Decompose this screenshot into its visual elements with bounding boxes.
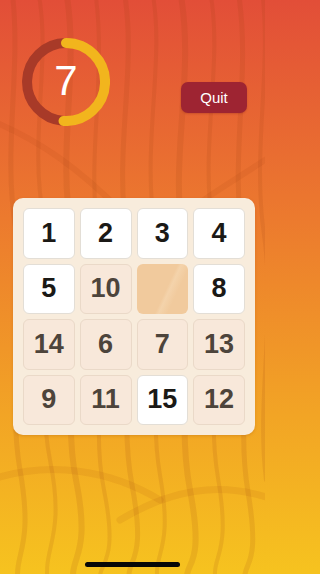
tile-6[interactable]: 6 xyxy=(80,319,132,370)
timer-value: 7 xyxy=(22,38,110,126)
tile-7[interactable]: 7 xyxy=(137,319,189,370)
tile-8[interactable]: 8 xyxy=(193,264,245,315)
tile-10[interactable]: 10 xyxy=(80,264,132,315)
puzzle-board-panel: 123451081467139111512 xyxy=(13,198,255,435)
home-indicator[interactable] xyxy=(85,562,180,567)
puzzle-grid: 123451081467139111512 xyxy=(23,208,245,425)
app-background: { "game": "fifteen-puzzle", "position": … xyxy=(0,0,265,574)
timer-ring: 7 xyxy=(22,38,110,126)
tile-13[interactable]: 13 xyxy=(193,319,245,370)
tile-5[interactable]: 5 xyxy=(23,264,75,315)
tile-3[interactable]: 3 xyxy=(137,208,189,259)
tile-9[interactable]: 9 xyxy=(23,375,75,426)
empty-cell xyxy=(137,264,189,315)
tile-11[interactable]: 11 xyxy=(80,375,132,426)
tile-14[interactable]: 14 xyxy=(23,319,75,370)
tile-15[interactable]: 15 xyxy=(137,375,189,426)
tile-2[interactable]: 2 xyxy=(80,208,132,259)
quit-button[interactable]: Quit xyxy=(181,82,247,113)
tile-4[interactable]: 4 xyxy=(193,208,245,259)
tile-12[interactable]: 12 xyxy=(193,375,245,426)
quit-button-label: Quit xyxy=(200,89,228,106)
tile-1[interactable]: 1 xyxy=(23,208,75,259)
